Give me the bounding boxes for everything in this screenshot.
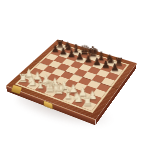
white-rook[interactable]: ♜ bbox=[75, 95, 100, 107]
black-pawn[interactable]: ♟ bbox=[104, 63, 126, 73]
chess-set-photo: ♜♞♝♛♚♝♞♜♟♟♟♟♟♟♟♟♟♟♟♟♟♟♟♟♜♞♝♛♚♝♞♜ bbox=[0, 0, 150, 150]
